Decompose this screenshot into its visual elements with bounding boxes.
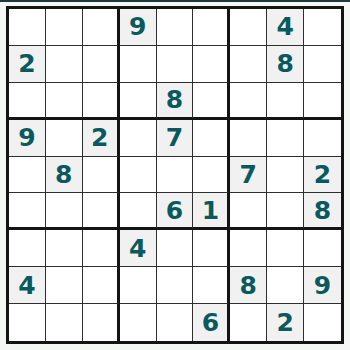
cell-r3c3-empty[interactable] [83,83,120,120]
cell-r5c2-given[interactable]: 8 [46,157,83,194]
cell-r3c4-empty[interactable] [120,83,157,120]
cell-r3c7-empty[interactable] [230,83,267,120]
cell-r2c7-empty[interactable] [230,46,267,83]
cell-r8c5-empty[interactable] [157,267,194,304]
cell-r2c8-given[interactable]: 8 [267,46,304,83]
cell-r9c7-empty[interactable] [230,304,267,341]
cell-r9c6-given[interactable]: 6 [193,304,230,341]
cell-r3c9-empty[interactable] [304,83,341,120]
cell-r4c7-empty[interactable] [230,120,267,157]
cell-r8c6-empty[interactable] [193,267,230,304]
top-accent-line [0,0,350,2]
cell-r5c7-given[interactable]: 7 [230,157,267,194]
cell-r2c3-empty[interactable] [83,46,120,83]
cell-r7c9-empty[interactable] [304,230,341,267]
cell-r1c5-empty[interactable] [157,9,194,46]
cell-r4c3-given[interactable]: 2 [83,120,120,157]
cell-r7c1-empty[interactable] [9,230,46,267]
cell-r8c1-given[interactable]: 4 [9,267,46,304]
cell-r1c3-empty[interactable] [83,9,120,46]
cell-r6c2-empty[interactable] [46,193,83,230]
cell-r9c8-given[interactable]: 2 [267,304,304,341]
cell-r7c6-empty[interactable] [193,230,230,267]
cell-r7c2-empty[interactable] [46,230,83,267]
cell-r8c4-empty[interactable] [120,267,157,304]
cell-r2c4-empty[interactable] [120,46,157,83]
cell-r9c3-empty[interactable] [83,304,120,341]
cell-r1c9-empty[interactable] [304,9,341,46]
cell-r9c9-empty[interactable] [304,304,341,341]
cell-r7c5-empty[interactable] [157,230,194,267]
cell-r1c1-empty[interactable] [9,9,46,46]
cell-r6c3-empty[interactable] [83,193,120,230]
cell-r1c8-given[interactable]: 4 [267,9,304,46]
cell-r7c8-empty[interactable] [267,230,304,267]
cell-r7c4-given[interactable]: 4 [120,230,157,267]
cell-r8c3-empty[interactable] [83,267,120,304]
cell-r6c7-empty[interactable] [230,193,267,230]
cell-r9c4-empty[interactable] [120,304,157,341]
cell-r3c8-empty[interactable] [267,83,304,120]
cell-r3c5-given[interactable]: 8 [157,83,194,120]
cell-r3c1-empty[interactable] [9,83,46,120]
cell-r4c4-empty[interactable] [120,120,157,157]
cell-r4c6-empty[interactable] [193,120,230,157]
cell-r7c7-empty[interactable] [230,230,267,267]
cell-r8c8-empty[interactable] [267,267,304,304]
cell-r4c2-empty[interactable] [46,120,83,157]
cell-r2c6-empty[interactable] [193,46,230,83]
cell-r5c6-empty[interactable] [193,157,230,194]
cell-r9c5-empty[interactable] [157,304,194,341]
cell-r4c8-empty[interactable] [267,120,304,157]
cell-r1c7-empty[interactable] [230,9,267,46]
cell-r3c2-empty[interactable] [46,83,83,120]
cell-r6c1-empty[interactable] [9,193,46,230]
cell-r5c3-empty[interactable] [83,157,120,194]
cell-r7c3-empty[interactable] [83,230,120,267]
cell-r5c4-empty[interactable] [120,157,157,194]
cell-r3c6-empty[interactable] [193,83,230,120]
cell-r6c5-given[interactable]: 6 [157,193,194,230]
cell-r8c2-empty[interactable] [46,267,83,304]
cell-r2c2-empty[interactable] [46,46,83,83]
cell-r2c9-empty[interactable] [304,46,341,83]
cell-r9c1-empty[interactable] [9,304,46,341]
cell-r2c5-empty[interactable] [157,46,194,83]
cell-r1c2-empty[interactable] [46,9,83,46]
sudoku-board: 94288927872618448962 [6,6,344,344]
cell-r8c7-given[interactable]: 8 [230,267,267,304]
cell-r2c1-given[interactable]: 2 [9,46,46,83]
cell-r6c9-given[interactable]: 8 [304,193,341,230]
cell-r4c1-given[interactable]: 9 [9,120,46,157]
cell-r6c4-empty[interactable] [120,193,157,230]
cell-r9c2-empty[interactable] [46,304,83,341]
cell-r5c9-given[interactable]: 2 [304,157,341,194]
cell-r1c6-empty[interactable] [193,9,230,46]
cell-r5c5-empty[interactable] [157,157,194,194]
cell-r1c4-given[interactable]: 9 [120,9,157,46]
cell-r6c6-given[interactable]: 1 [193,193,230,230]
cell-r5c8-empty[interactable] [267,157,304,194]
cell-r8c9-given[interactable]: 9 [304,267,341,304]
cell-r4c9-empty[interactable] [304,120,341,157]
cell-r5c1-empty[interactable] [9,157,46,194]
cell-r4c5-given[interactable]: 7 [157,120,194,157]
cell-r6c8-empty[interactable] [267,193,304,230]
